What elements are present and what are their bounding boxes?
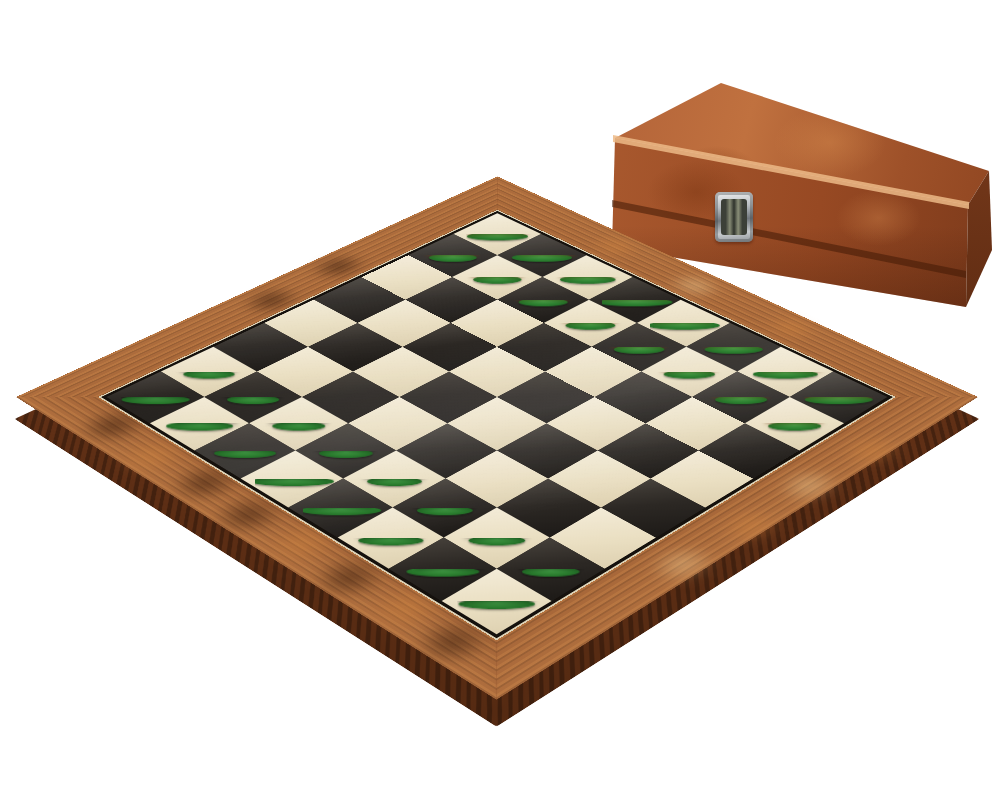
chess-scene: ♜♞♝♚♛♝♞♜♟♟♟♟♟♟♟♟♟♟♟♟♟♟♟♟♜♞♝♚♛♝♞♜ [0,0,1000,800]
black-rook-icon: ♜ [437,487,556,620]
board-frame: ♜♞♝♚♛♝♞♜♟♟♟♟♟♟♟♟♟♟♟♟♟♟♟♟♜♞♝♚♛♝♞♜ [16,176,978,699]
chess-board: ♜♞♝♚♛♝♞♜♟♟♟♟♟♟♟♟♟♟♟♟♟♟♟♟♜♞♝♚♛♝♞♜ [16,176,978,699]
white-pawn-icon: ♟ [751,339,838,437]
square-c3[interactable] [595,372,693,424]
product-photo-stage: ♜♞♝♚♛♝♞♜♟♟♟♟♟♟♟♟♟♟♟♟♟♟♟♟♜♞♝♚♛♝♞♜ [0,0,1000,800]
chess-board-grid: ♜♞♝♚♛♝♞♜♟♟♟♟♟♟♟♟♟♟♟♟♟♟♟♟♜♞♝♚♛♝♞♜ [101,211,893,638]
square-b4[interactable] [598,423,699,478]
